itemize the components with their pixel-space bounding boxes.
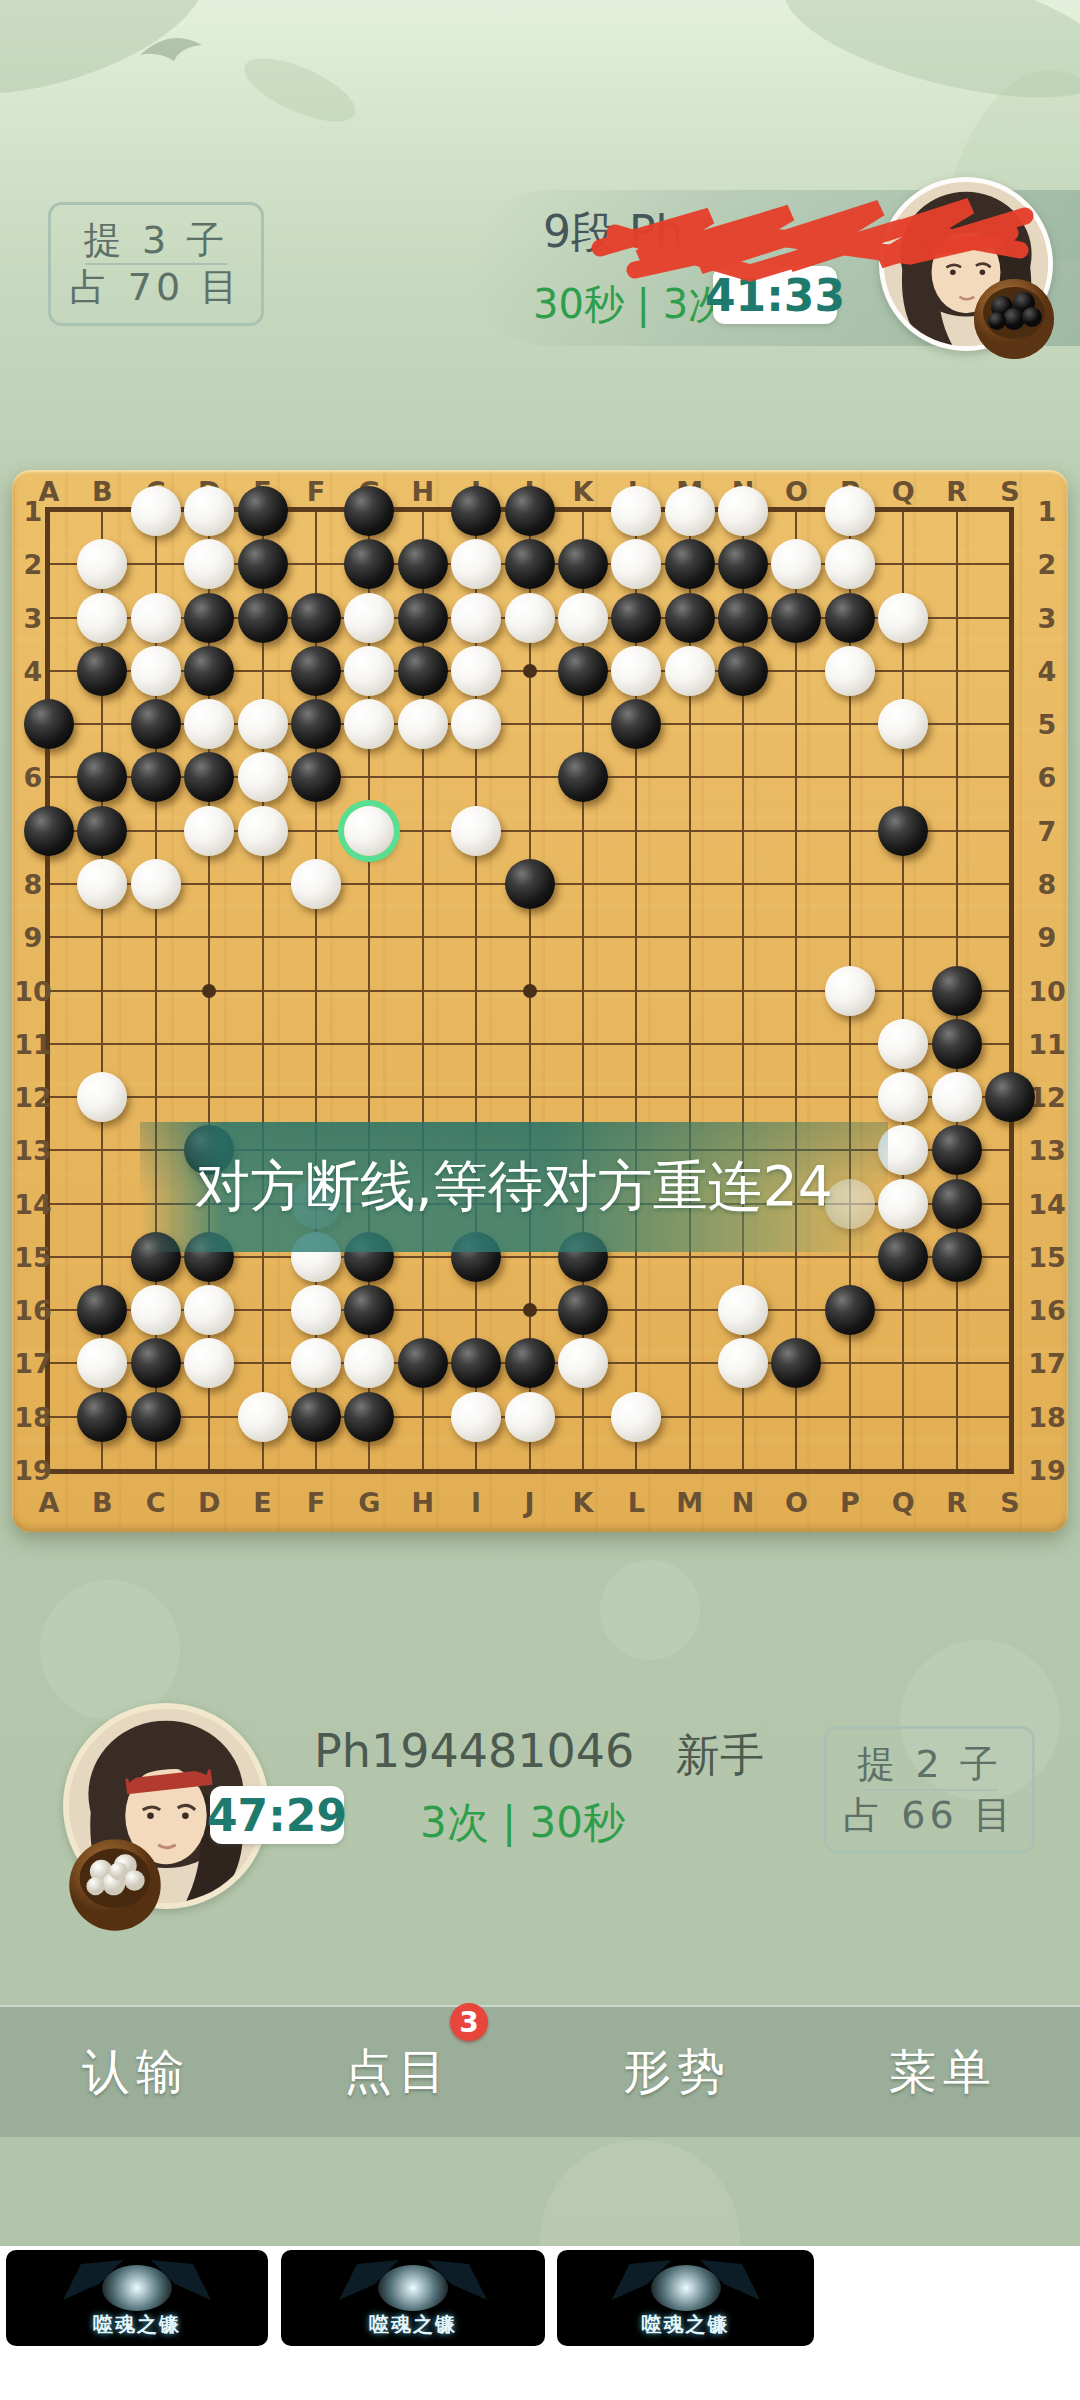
coord-label-bottom-C: C: [146, 1487, 166, 1518]
coord-label-bottom-P: P: [840, 1487, 860, 1518]
coord-label-right-13: 13: [1028, 1135, 1066, 1166]
stone-N16: [718, 1285, 768, 1335]
coord-label-bottom-O: O: [785, 1487, 808, 1518]
stone-O3: [771, 593, 821, 643]
stone-K16: [558, 1285, 608, 1335]
coord-label-left-4: 4: [24, 655, 43, 686]
stone-N1: [718, 486, 768, 536]
coord-label-right-18: 18: [1028, 1401, 1066, 1432]
bottom-menu-bar: 认输点目3形势菜单: [0, 2005, 1080, 2137]
ad-banner: 噬魂之镰噬魂之镰噬魂之镰 立即下载 ✕ 广告 新职业镰刀上线！快来寻找伙伴一起冒…: [0, 2246, 1080, 2400]
star-point-D10: [202, 984, 216, 998]
top-clock-value: 41:33: [705, 270, 845, 321]
coord-label-left-1: 1: [24, 496, 43, 527]
stone-H17: [398, 1338, 448, 1388]
count-button-badge: 3: [450, 2003, 488, 2041]
coord-label-right-4: 4: [1038, 655, 1057, 686]
bg-pattern-dot: [600, 1560, 700, 1660]
stone-P4: [825, 646, 875, 696]
star-point-J4: [523, 664, 537, 678]
bottom-player-byoyomi: 3次 | 30秒: [420, 1795, 625, 1851]
coord-label-right-19: 19: [1028, 1455, 1066, 1486]
coord-label-bottom-A: A: [39, 1487, 60, 1518]
stone-Q3: [878, 593, 928, 643]
coord-label-bottom-L: L: [628, 1487, 645, 1518]
coord-label-bottom-M: M: [676, 1487, 703, 1518]
stone-G4: [344, 646, 394, 696]
disconnect-message: 对方断线,等待对方重连24: [195, 1150, 832, 1224]
stone-E1: [238, 486, 288, 536]
stone-M3: [665, 593, 715, 643]
coord-label-top-K: K: [572, 476, 593, 507]
stone-R15: [932, 1232, 982, 1282]
ad-art-glow: [651, 2265, 721, 2311]
coord-label-right-2: 2: [1038, 549, 1057, 580]
stone-L18: [611, 1392, 661, 1442]
stone-K2: [558, 539, 608, 589]
stone-I1: [451, 486, 501, 536]
ad-art-title: 噬魂之镰: [57, 2311, 217, 2338]
coord-label-left-2: 2: [24, 549, 43, 580]
coord-label-right-15: 15: [1028, 1241, 1066, 1272]
black-stone-bowl: [972, 277, 1056, 361]
stone-B3: [77, 593, 127, 643]
disconnect-banner: 对方断线,等待对方重连24: [140, 1122, 888, 1252]
stone-Q5: [878, 699, 928, 749]
top-player-clock: 41:33: [713, 266, 837, 324]
stone-C17: [131, 1338, 181, 1388]
stone-R10: [932, 966, 982, 1016]
coord-label-left-6: 6: [24, 762, 43, 793]
ad-video-thumb[interactable]: 噬魂之镰: [6, 2250, 268, 2346]
coord-label-top-F: F: [307, 476, 325, 507]
go-board[interactable]: AABBCCDDEEFFGGHHIIJJKKLLMMNNOOPPQQRRSS11…: [12, 470, 1068, 1532]
coord-label-bottom-B: B: [92, 1487, 113, 1518]
coord-label-bottom-S: S: [1000, 1487, 1019, 1518]
stone-C8: [131, 859, 181, 909]
coord-label-right-17: 17: [1028, 1348, 1066, 1379]
stone-K6: [558, 752, 608, 802]
stone-C5: [131, 699, 181, 749]
stone-D1: [184, 486, 234, 536]
coord-label-right-6: 6: [1038, 762, 1057, 793]
stone-F3: [291, 593, 341, 643]
stone-N4: [718, 646, 768, 696]
coord-label-bottom-G: G: [358, 1487, 380, 1518]
coord-label-right-11: 11: [1028, 1028, 1066, 1059]
coord-label-bottom-I: I: [471, 1487, 481, 1518]
stone-E2: [238, 539, 288, 589]
stone-C6: [131, 752, 181, 802]
coord-label-top-R: R: [946, 476, 967, 507]
white-stone-bowl: [67, 1837, 163, 1933]
stone-I7: [451, 806, 501, 856]
stone-F18: [291, 1392, 341, 1442]
stone-J8: [505, 859, 555, 909]
ad-video-thumb[interactable]: 噬魂之镰: [557, 2250, 814, 2346]
stone-F8: [291, 859, 341, 909]
stone-D7: [184, 806, 234, 856]
stone-N3: [718, 593, 768, 643]
stone-L3: [611, 593, 661, 643]
coord-label-left-9: 9: [24, 922, 43, 953]
stone-R14: [932, 1179, 982, 1229]
coord-label-left-19: 19: [14, 1455, 52, 1486]
stone-M2: [665, 539, 715, 589]
stone-C18: [131, 1392, 181, 1442]
stone-E6: [238, 752, 288, 802]
coord-label-right-7: 7: [1038, 815, 1057, 846]
stone-C16: [131, 1285, 181, 1335]
coord-label-bottom-R: R: [946, 1487, 967, 1518]
top-player-name: 9段 Ph: [543, 203, 683, 262]
stone-Q11: [878, 1019, 928, 1069]
top-territory-count: 占 70 目: [51, 262, 261, 313]
stone-R11: [932, 1019, 982, 1069]
coord-label-bottom-J: J: [524, 1487, 534, 1518]
ad-art: 噬魂之镰: [57, 2250, 217, 2346]
top-capture-count: 提 3 子: [51, 215, 261, 266]
coord-label-right-16: 16: [1028, 1295, 1066, 1326]
stone-G7: [344, 806, 394, 856]
bottom-capture-count: 提 2 子: [827, 1739, 1032, 1790]
bottom-player-rank: 新手: [676, 1726, 764, 1785]
menu-button[interactable]: 菜单: [889, 2040, 997, 2104]
coord-label-bottom-H: H: [411, 1487, 434, 1518]
top-player-score-box: 提 3 子 占 70 目: [48, 202, 264, 326]
stone-H4: [398, 646, 448, 696]
bottom-player-score-box: 提 2 子 占 66 目: [824, 1726, 1035, 1854]
ad-art-glow: [102, 2265, 172, 2311]
coord-label-top-H: H: [411, 476, 434, 507]
stone-K4: [558, 646, 608, 696]
coord-label-bottom-K: K: [572, 1487, 593, 1518]
coord-label-left-18: 18: [14, 1401, 52, 1432]
stone-D4: [184, 646, 234, 696]
stone-F6: [291, 752, 341, 802]
stone-G3: [344, 593, 394, 643]
coord-label-left-8: 8: [24, 868, 43, 899]
stone-C4: [131, 646, 181, 696]
coord-label-left-14: 14: [14, 1188, 52, 1219]
situation-button[interactable]: 形势: [623, 2040, 731, 2104]
coord-label-left-12: 12: [14, 1082, 52, 1113]
stone-Q7: [878, 806, 928, 856]
stone-K3: [558, 593, 608, 643]
coord-label-bottom-D: D: [198, 1487, 220, 1518]
star-point-J10: [523, 984, 537, 998]
coord-label-right-10: 10: [1028, 975, 1066, 1006]
coord-label-bottom-Q: Q: [892, 1487, 915, 1518]
stone-L4: [611, 646, 661, 696]
coord-label-left-17: 17: [14, 1348, 52, 1379]
coord-label-right-5: 5: [1038, 709, 1057, 740]
stone-F16: [291, 1285, 341, 1335]
bird-silhouette: [140, 38, 202, 61]
coord-label-right-8: 8: [1038, 868, 1057, 899]
stone-E18: [238, 1392, 288, 1442]
stone-F4: [291, 646, 341, 696]
stone-J18: [505, 1392, 555, 1442]
stone-P16: [825, 1285, 875, 1335]
stone-P3: [825, 593, 875, 643]
stone-N2: [718, 539, 768, 589]
stone-J17: [505, 1338, 555, 1388]
top-player-byoyomi: 30秒 | 3次: [533, 277, 728, 332]
stone-H5: [398, 699, 448, 749]
coord-label-right-3: 3: [1038, 602, 1057, 633]
stone-J1: [505, 486, 555, 536]
stone-E7: [238, 806, 288, 856]
ad-art-glow: [378, 2265, 448, 2311]
coord-label-bottom-E: E: [253, 1487, 271, 1518]
stone-A5: [24, 699, 74, 749]
ad-art-title: 噬魂之镰: [606, 2311, 766, 2338]
coord-label-top-S: S: [1000, 476, 1019, 507]
bottom-player-name: Ph194481046: [314, 1724, 634, 1778]
stone-I18: [451, 1392, 501, 1442]
coord-label-left-16: 16: [14, 1295, 52, 1326]
bottom-territory-count: 占 66 目: [827, 1790, 1032, 1841]
coord-label-top-Q: Q: [892, 476, 915, 507]
stone-D3: [184, 593, 234, 643]
coord-label-top-O: O: [785, 476, 808, 507]
coord-label-bottom-F: F: [307, 1487, 325, 1518]
stone-J2: [505, 539, 555, 589]
count-button[interactable]: 点目: [344, 2040, 452, 2104]
stone-I4: [451, 646, 501, 696]
coord-label-left-10: 10: [14, 975, 52, 1006]
stone-C3: [131, 593, 181, 643]
bottom-player-clock: 47:29: [210, 1786, 344, 1844]
stone-Q12: [878, 1072, 928, 1122]
stone-G18: [344, 1392, 394, 1442]
resign-button[interactable]: 认输: [82, 2040, 190, 2104]
stone-C1: [131, 486, 181, 536]
stone-R12: [932, 1072, 982, 1122]
stone-D16: [184, 1285, 234, 1335]
stone-J3: [505, 593, 555, 643]
stone-I5: [451, 699, 501, 749]
coord-label-bottom-N: N: [732, 1487, 755, 1518]
ad-art: 噬魂之镰: [606, 2250, 766, 2346]
stone-P10: [825, 966, 875, 1016]
stone-S12: [985, 1072, 1035, 1122]
coord-label-left-3: 3: [24, 602, 43, 633]
stone-E5: [238, 699, 288, 749]
stone-I3: [451, 593, 501, 643]
stone-B8: [77, 859, 127, 909]
coord-label-top-B: B: [92, 476, 113, 507]
stone-P1: [825, 486, 875, 536]
stone-A7: [24, 806, 74, 856]
stone-H2: [398, 539, 448, 589]
coord-label-left-15: 15: [14, 1241, 52, 1272]
stone-B4: [77, 646, 127, 696]
stone-R13: [932, 1125, 982, 1175]
ad-video-thumb[interactable]: 噬魂之镰: [281, 2250, 545, 2346]
stone-P2: [825, 539, 875, 589]
stone-H3: [398, 593, 448, 643]
stone-M1: [665, 486, 715, 536]
ad-art: 噬魂之镰: [333, 2250, 493, 2346]
stone-F5: [291, 699, 341, 749]
stone-E3: [238, 593, 288, 643]
coord-label-right-1: 1: [1038, 496, 1057, 527]
stone-M4: [665, 646, 715, 696]
coord-label-left-13: 13: [14, 1135, 52, 1166]
coord-label-right-14: 14: [1028, 1188, 1066, 1219]
ad-art-title: 噬魂之镰: [333, 2311, 493, 2338]
coord-label-left-11: 11: [14, 1028, 52, 1059]
stone-B7: [77, 806, 127, 856]
stone-G1: [344, 486, 394, 536]
stone-L1: [611, 486, 661, 536]
bg-pattern-dot: [40, 1580, 180, 1720]
star-point-J16: [523, 1303, 537, 1317]
stone-B18: [77, 1392, 127, 1442]
coord-label-right-9: 9: [1038, 922, 1057, 953]
stone-D5: [184, 699, 234, 749]
bottom-clock-value: 47:29: [207, 1790, 347, 1841]
